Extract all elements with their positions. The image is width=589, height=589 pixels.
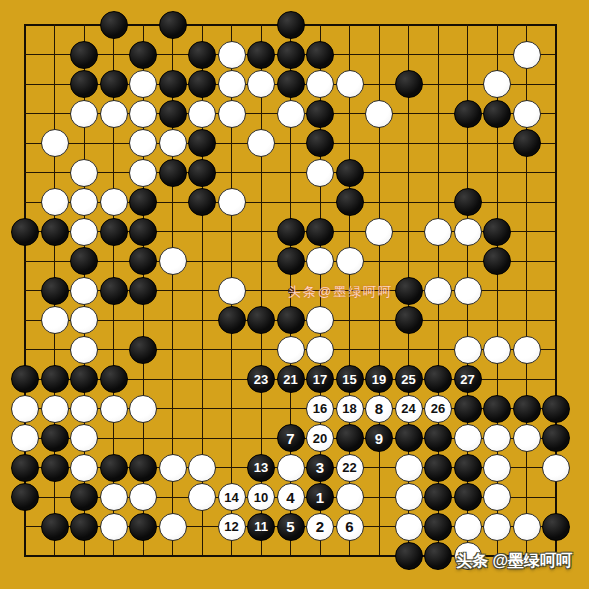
stone-white	[218, 41, 246, 69]
move-number: 2	[316, 519, 324, 534]
move-number: 15	[342, 373, 356, 386]
stone-white	[100, 395, 128, 423]
stone-white	[306, 159, 334, 187]
stone-white	[70, 159, 98, 187]
stone-white: 16	[306, 395, 334, 423]
stone-black	[542, 395, 570, 423]
move-number: 19	[372, 373, 386, 386]
stone-white	[454, 336, 482, 364]
stone-black: 27	[454, 365, 482, 393]
stone-white	[159, 247, 187, 275]
stone-white	[336, 70, 364, 98]
move-number: 23	[254, 373, 268, 386]
stone-black	[336, 188, 364, 216]
stone-black	[277, 218, 305, 246]
stone-black	[159, 159, 187, 187]
stone-white	[188, 483, 216, 511]
stone-white	[218, 188, 246, 216]
stone-black	[11, 218, 39, 246]
stone-white	[277, 100, 305, 128]
move-number: 9	[375, 431, 383, 446]
stone-black	[306, 218, 334, 246]
stone-white	[513, 41, 541, 69]
stone-black	[159, 70, 187, 98]
stone-white	[129, 483, 157, 511]
stone-black	[218, 306, 246, 334]
stone-white: 26	[424, 395, 452, 423]
move-number: 5	[286, 519, 294, 534]
stone-black	[277, 247, 305, 275]
stone-white	[41, 129, 69, 157]
stone-white	[129, 129, 157, 157]
move-number: 10	[254, 491, 268, 504]
stone-black	[11, 365, 39, 393]
stone-black	[395, 542, 423, 570]
stone-black	[70, 365, 98, 393]
stone-black	[100, 70, 128, 98]
stone-black: 21	[277, 365, 305, 393]
stone-black	[454, 483, 482, 511]
stone-white	[306, 70, 334, 98]
stone-white	[188, 454, 216, 482]
stone-white	[306, 247, 334, 275]
stone-black	[306, 41, 334, 69]
stone-white	[395, 454, 423, 482]
stone-white	[41, 395, 69, 423]
stone-white: 8	[365, 395, 393, 423]
stone-white: 12	[218, 513, 246, 541]
stone-black	[41, 513, 69, 541]
stone-black	[41, 277, 69, 305]
stone-black	[188, 159, 216, 187]
stone-white	[70, 188, 98, 216]
stone-black	[129, 454, 157, 482]
stone-white	[395, 513, 423, 541]
stone-black	[277, 306, 305, 334]
move-number: 4	[286, 490, 294, 505]
stone-white	[247, 70, 275, 98]
stone-white	[365, 218, 393, 246]
stone-white	[483, 483, 511, 511]
stone-white	[159, 513, 187, 541]
stone-white	[336, 247, 364, 275]
stone-black	[542, 513, 570, 541]
stone-black	[129, 188, 157, 216]
stone-white	[277, 454, 305, 482]
stone-white: 18	[336, 395, 364, 423]
stone-white	[129, 395, 157, 423]
stone-black	[454, 395, 482, 423]
stone-black	[454, 100, 482, 128]
stone-white	[218, 100, 246, 128]
stone-black	[336, 159, 364, 187]
stone-white	[129, 70, 157, 98]
stone-black	[424, 542, 452, 570]
stone-white	[483, 454, 511, 482]
stone-black	[395, 70, 423, 98]
stone-white	[513, 424, 541, 452]
stone-black	[395, 277, 423, 305]
stone-white: 20	[306, 424, 334, 452]
stone-white	[70, 218, 98, 246]
stone-black	[70, 483, 98, 511]
stone-white	[513, 336, 541, 364]
stone-white	[542, 454, 570, 482]
stone-white: 22	[336, 454, 364, 482]
move-number: 18	[342, 402, 356, 415]
stone-white: 4	[277, 483, 305, 511]
stone-white	[41, 188, 69, 216]
stone-white	[454, 277, 482, 305]
stone-white	[159, 129, 187, 157]
stone-black	[395, 424, 423, 452]
stone-black	[306, 129, 334, 157]
stone-white	[365, 100, 393, 128]
move-number: 11	[254, 520, 268, 533]
stone-black: 17	[306, 365, 334, 393]
stone-black	[483, 395, 511, 423]
stone-black	[424, 483, 452, 511]
stone-black: 19	[365, 365, 393, 393]
center-watermark: 头条@墨绿呵呵	[288, 283, 393, 301]
stone-white	[483, 336, 511, 364]
stone-black	[70, 247, 98, 275]
stone-white: 6	[336, 513, 364, 541]
corner-watermark: 头条 @墨绿呵呵	[456, 551, 572, 572]
stone-black	[100, 11, 128, 39]
stone-white	[483, 513, 511, 541]
stone-black: 25	[395, 365, 423, 393]
move-number: 22	[342, 461, 356, 474]
stone-white	[11, 424, 39, 452]
stone-black	[100, 277, 128, 305]
stone-white	[424, 218, 452, 246]
stone-black	[306, 100, 334, 128]
move-number: 17	[313, 373, 327, 386]
stone-white	[129, 159, 157, 187]
stone-white	[70, 277, 98, 305]
stone-black	[11, 454, 39, 482]
stone-black	[100, 365, 128, 393]
stone-black	[424, 513, 452, 541]
stone-white	[159, 454, 187, 482]
stone-black: 7	[277, 424, 305, 452]
stone-black	[454, 188, 482, 216]
stone-white: 10	[247, 483, 275, 511]
stone-black	[129, 513, 157, 541]
stone-black	[424, 424, 452, 452]
stone-black	[41, 454, 69, 482]
move-number: 20	[313, 432, 327, 445]
stone-white	[513, 513, 541, 541]
stone-white: 14	[218, 483, 246, 511]
stone-black	[41, 218, 69, 246]
stone-black: 1	[306, 483, 334, 511]
stone-black	[129, 277, 157, 305]
stone-white	[336, 483, 364, 511]
move-number: 27	[460, 373, 474, 386]
stone-black: 23	[247, 365, 275, 393]
stone-black	[188, 41, 216, 69]
stone-black: 9	[365, 424, 393, 452]
stone-black	[542, 424, 570, 452]
stone-white	[100, 513, 128, 541]
stone-black	[247, 41, 275, 69]
stone-black	[159, 11, 187, 39]
stone-black	[70, 41, 98, 69]
move-number: 25	[401, 373, 415, 386]
stone-black: 11	[247, 513, 275, 541]
stone-white	[100, 483, 128, 511]
stone-black	[483, 100, 511, 128]
stone-black	[11, 483, 39, 511]
stone-black	[100, 218, 128, 246]
stone-black	[129, 336, 157, 364]
stone-white	[218, 277, 246, 305]
stone-white	[70, 306, 98, 334]
stone-black: 5	[277, 513, 305, 541]
move-number: 14	[224, 491, 238, 504]
stone-white	[454, 218, 482, 246]
stone-black	[129, 41, 157, 69]
move-number: 8	[375, 401, 383, 416]
stone-black	[188, 188, 216, 216]
stone-white	[424, 277, 452, 305]
stone-black	[159, 100, 187, 128]
stone-black	[277, 41, 305, 69]
stone-white	[70, 395, 98, 423]
stone-white: 24	[395, 395, 423, 423]
move-number: 3	[316, 460, 324, 475]
stone-white	[483, 424, 511, 452]
stone-white	[306, 336, 334, 364]
stone-black	[70, 70, 98, 98]
move-number: 1	[316, 490, 324, 505]
stone-white	[454, 513, 482, 541]
stone-white	[306, 306, 334, 334]
stone-white	[100, 100, 128, 128]
stone-white	[70, 336, 98, 364]
stone-white: 2	[306, 513, 334, 541]
stone-white	[218, 70, 246, 98]
move-number: 7	[286, 431, 294, 446]
stone-white	[513, 100, 541, 128]
stone-black	[513, 395, 541, 423]
go-diagram-screenshot: 2321171519252716188242672091332214104112…	[0, 0, 589, 589]
stone-white	[70, 100, 98, 128]
stone-white	[11, 395, 39, 423]
stone-black: 13	[247, 454, 275, 482]
move-number: 12	[224, 520, 238, 533]
move-number: 24	[401, 402, 415, 415]
stone-white	[454, 424, 482, 452]
stone-black	[188, 129, 216, 157]
stone-black	[41, 424, 69, 452]
stone-black	[277, 11, 305, 39]
move-number: 26	[431, 402, 445, 415]
stone-white	[129, 100, 157, 128]
stone-white	[483, 70, 511, 98]
stone-white	[247, 129, 275, 157]
stone-black	[277, 70, 305, 98]
stone-black	[336, 424, 364, 452]
stone-black	[247, 306, 275, 334]
stone-black: 3	[306, 454, 334, 482]
stone-white	[188, 100, 216, 128]
stone-black	[424, 365, 452, 393]
stone-black	[424, 454, 452, 482]
stone-white	[70, 424, 98, 452]
stone-white	[70, 454, 98, 482]
stone-white	[41, 306, 69, 334]
stone-white	[395, 483, 423, 511]
stone-white	[100, 188, 128, 216]
stone-black	[454, 454, 482, 482]
stone-white	[277, 336, 305, 364]
stone-black	[483, 218, 511, 246]
move-number: 6	[345, 519, 353, 534]
stone-black	[41, 365, 69, 393]
stone-black: 15	[336, 365, 364, 393]
stone-black	[129, 247, 157, 275]
stone-black	[129, 218, 157, 246]
move-number: 13	[254, 461, 268, 474]
stone-black	[70, 513, 98, 541]
move-number: 21	[283, 373, 297, 386]
stone-black	[513, 129, 541, 157]
stone-black	[100, 454, 128, 482]
stone-black	[188, 70, 216, 98]
stone-black	[483, 247, 511, 275]
stone-black	[395, 306, 423, 334]
move-number: 16	[313, 402, 327, 415]
